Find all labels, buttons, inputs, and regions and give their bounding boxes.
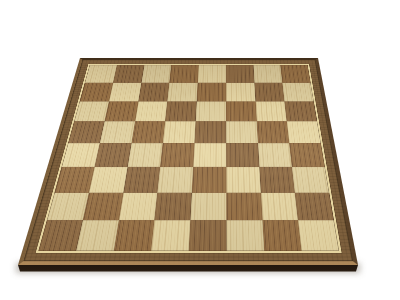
square-h5[interactable] (287, 121, 321, 143)
square-b1[interactable] (76, 220, 119, 251)
board-squares (38, 65, 339, 251)
square-h6[interactable] (285, 101, 318, 121)
square-f7[interactable] (226, 83, 255, 102)
square-b3[interactable] (89, 167, 128, 193)
square-b5[interactable] (100, 121, 135, 143)
square-c4[interactable] (127, 143, 162, 167)
square-b8[interactable] (113, 65, 144, 82)
square-b4[interactable] (94, 143, 131, 167)
square-c5[interactable] (131, 121, 165, 143)
square-e8[interactable] (198, 65, 226, 82)
square-c1[interactable] (114, 220, 155, 251)
square-e5[interactable] (194, 121, 226, 143)
square-b2[interactable] (83, 192, 124, 220)
square-g3[interactable] (259, 167, 295, 193)
square-h8[interactable] (280, 65, 310, 82)
square-e1[interactable] (189, 220, 227, 251)
square-d1[interactable] (151, 220, 190, 251)
square-f1[interactable] (226, 220, 264, 251)
square-c7[interactable] (138, 83, 169, 102)
square-d5[interactable] (163, 121, 196, 143)
square-g4[interactable] (258, 143, 292, 167)
square-a4[interactable] (61, 143, 99, 167)
square-a3[interactable] (54, 167, 94, 193)
square-f3[interactable] (226, 167, 260, 193)
square-d8[interactable] (169, 65, 198, 82)
square-d2[interactable] (154, 192, 191, 220)
square-g1[interactable] (262, 220, 301, 251)
square-e7[interactable] (197, 83, 226, 102)
square-e3[interactable] (192, 167, 226, 193)
square-c3[interactable] (123, 167, 160, 193)
chess-board (18, 58, 358, 265)
square-g7[interactable] (254, 83, 284, 102)
square-a6[interactable] (74, 101, 109, 121)
square-d3[interactable] (157, 167, 193, 193)
square-h7[interactable] (282, 83, 313, 102)
square-e6[interactable] (196, 101, 226, 121)
square-e2[interactable] (190, 192, 226, 220)
square-h4[interactable] (289, 143, 325, 167)
square-d4[interactable] (160, 143, 194, 167)
square-c2[interactable] (119, 192, 158, 220)
square-d7[interactable] (167, 83, 197, 102)
square-e4[interactable] (193, 143, 226, 167)
square-b7[interactable] (109, 83, 141, 102)
square-b6[interactable] (104, 101, 138, 121)
square-f5[interactable] (226, 121, 258, 143)
square-g2[interactable] (261, 192, 299, 220)
square-f4[interactable] (226, 143, 259, 167)
square-c8[interactable] (141, 65, 171, 82)
square-a5[interactable] (68, 121, 104, 143)
square-g6[interactable] (255, 101, 287, 121)
square-d6[interactable] (165, 101, 196, 121)
square-g8[interactable] (253, 65, 282, 82)
square-f6[interactable] (226, 101, 256, 121)
square-h1[interactable] (298, 220, 339, 251)
square-c6[interactable] (135, 101, 168, 121)
square-f2[interactable] (226, 192, 262, 220)
square-a8[interactable] (85, 65, 117, 82)
square-h3[interactable] (292, 167, 329, 193)
square-f8[interactable] (226, 65, 254, 82)
photo-scene (0, 0, 400, 300)
square-g5[interactable] (256, 121, 289, 143)
square-h2[interactable] (295, 192, 334, 220)
square-a7[interactable] (80, 83, 113, 102)
